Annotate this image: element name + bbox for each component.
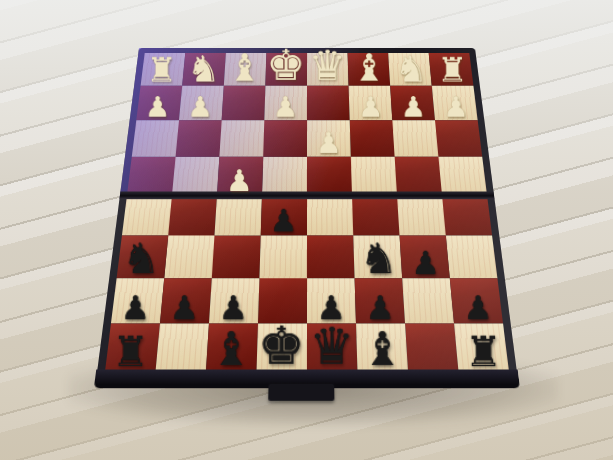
white-pawn-g2: ♟ — [188, 94, 214, 121]
black-bishop-c8: ♝ — [362, 328, 403, 372]
square-e3[interactable] — [263, 120, 307, 156]
square-h7[interactable]: ♟ — [111, 278, 164, 323]
square-d2[interactable] — [307, 86, 350, 120]
black-pawn-e5: ♟ — [270, 206, 298, 235]
square-f6[interactable] — [212, 235, 261, 278]
black-queen-d8: ♛ — [310, 324, 355, 372]
black-pawn-f7: ♟ — [219, 293, 248, 324]
square-d6[interactable] — [307, 235, 355, 278]
black-pawn-h7: ♟ — [121, 293, 151, 324]
black-pawn-a7: ♟ — [464, 293, 494, 324]
square-a4[interactable] — [438, 157, 487, 195]
white-rook-h1: ♜ — [146, 54, 177, 86]
square-e2[interactable]: ♟ — [264, 86, 307, 120]
black-pawn-b6: ♟ — [412, 248, 441, 278]
square-f3[interactable] — [219, 120, 264, 156]
square-b4[interactable] — [395, 157, 442, 195]
black-king-e8: ♚ — [258, 321, 305, 371]
square-h1[interactable]: ♜ — [141, 53, 186, 86]
square-a8[interactable]: ♜ — [454, 324, 509, 372]
square-c5[interactable] — [352, 195, 400, 235]
square-e1[interactable]: ♚ — [265, 53, 307, 86]
square-c4[interactable] — [351, 157, 397, 195]
square-f4[interactable]: ♟ — [217, 157, 263, 195]
square-d5[interactable] — [307, 195, 353, 235]
square-e5[interactable]: ♟ — [261, 195, 307, 235]
white-knight-b1: ♞ — [394, 51, 427, 86]
square-a5[interactable] — [442, 195, 492, 235]
white-king-e1: ♚ — [267, 45, 306, 86]
square-f5[interactable] — [214, 195, 262, 235]
square-g2[interactable]: ♟ — [179, 86, 224, 120]
white-pawn-d3: ♟ — [316, 129, 342, 157]
square-h2[interactable]: ♟ — [136, 86, 182, 120]
square-c6[interactable]: ♞ — [353, 235, 402, 278]
square-e4[interactable] — [262, 157, 307, 195]
square-f7[interactable]: ♟ — [209, 278, 259, 323]
square-d1[interactable]: ♛ — [307, 53, 349, 86]
chessboard: ♜♞♝♚♛♝♞♜♟♟♟♟♟♟♟♟♟♞♞♟♟♟♟♟♟♟♜♝♚♛♝♜ — [96, 48, 518, 379]
square-a6[interactable] — [446, 235, 498, 278]
white-pawn-h2: ♟ — [145, 94, 171, 121]
white-pawn-e2: ♟ — [273, 94, 299, 121]
square-c3[interactable] — [350, 120, 395, 156]
white-knight-g1: ♞ — [187, 51, 220, 86]
square-a1[interactable]: ♜ — [429, 53, 474, 86]
square-f1[interactable]: ♝ — [224, 53, 267, 86]
square-b7[interactable] — [402, 278, 454, 323]
white-pawn-c2: ♟ — [358, 94, 384, 121]
square-g8[interactable] — [155, 324, 209, 372]
black-knight-h6: ♞ — [122, 238, 160, 278]
white-pawn-f4: ♟ — [226, 167, 253, 195]
square-h3[interactable] — [132, 120, 179, 156]
square-d3[interactable]: ♟ — [307, 120, 351, 156]
square-f8[interactable]: ♝ — [206, 324, 258, 372]
square-b5[interactable] — [397, 195, 446, 235]
square-g4[interactable] — [172, 157, 219, 195]
square-c1[interactable]: ♝ — [348, 53, 391, 86]
square-c8[interactable]: ♝ — [356, 324, 408, 372]
square-b3[interactable] — [392, 120, 438, 156]
white-queen-d1: ♛ — [309, 47, 346, 86]
square-a2[interactable]: ♟ — [432, 86, 478, 120]
black-pawn-g7: ♟ — [170, 293, 199, 324]
photo-canvas: ♜♞♝♚♛♝♞♜♟♟♟♟♟♟♟♟♟♞♞♟♟♟♟♟♟♟♜♝♚♛♝♜ — [0, 0, 613, 460]
square-a3[interactable] — [435, 120, 482, 156]
white-pawn-b2: ♟ — [401, 94, 427, 121]
square-b1[interactable]: ♞ — [388, 53, 432, 86]
black-pawn-c7: ♟ — [366, 293, 395, 324]
square-a7[interactable]: ♟ — [450, 278, 503, 323]
square-g6[interactable] — [164, 235, 214, 278]
square-g5[interactable] — [168, 195, 217, 235]
square-h8[interactable]: ♜ — [105, 324, 160, 372]
square-h6[interactable]: ♞ — [117, 235, 169, 278]
white-bishop-f1: ♝ — [228, 50, 262, 86]
board-clasp — [268, 384, 334, 401]
board-scene: ♜♞♝♚♛♝♞♜♟♟♟♟♟♟♟♟♟♞♞♟♟♟♟♟♟♟♜♝♚♛♝♜ — [120, 8, 494, 382]
black-rook-h8: ♜ — [112, 332, 150, 372]
square-b8[interactable] — [405, 324, 459, 372]
square-e6[interactable] — [259, 235, 307, 278]
square-c7[interactable]: ♟ — [355, 278, 405, 323]
square-e8[interactable]: ♚ — [256, 324, 307, 372]
black-knight-c6: ♞ — [359, 238, 397, 278]
square-g3[interactable] — [176, 120, 222, 156]
black-bishop-f8: ♝ — [211, 328, 252, 372]
black-rook-a8: ♜ — [465, 332, 503, 372]
square-b6[interactable]: ♟ — [400, 235, 450, 278]
square-d4[interactable] — [307, 157, 352, 195]
square-f2[interactable] — [222, 86, 266, 120]
white-rook-a1: ♜ — [437, 54, 468, 86]
square-c2[interactable]: ♟ — [349, 86, 393, 120]
white-pawn-a2: ♟ — [443, 94, 469, 121]
square-h5[interactable] — [122, 195, 172, 235]
square-g1[interactable]: ♞ — [182, 53, 226, 86]
square-h4[interactable] — [127, 157, 176, 195]
white-bishop-c1: ♝ — [352, 50, 386, 86]
square-b2[interactable]: ♟ — [390, 86, 435, 120]
square-d8[interactable]: ♛ — [307, 324, 358, 372]
square-g7[interactable]: ♟ — [160, 278, 212, 323]
